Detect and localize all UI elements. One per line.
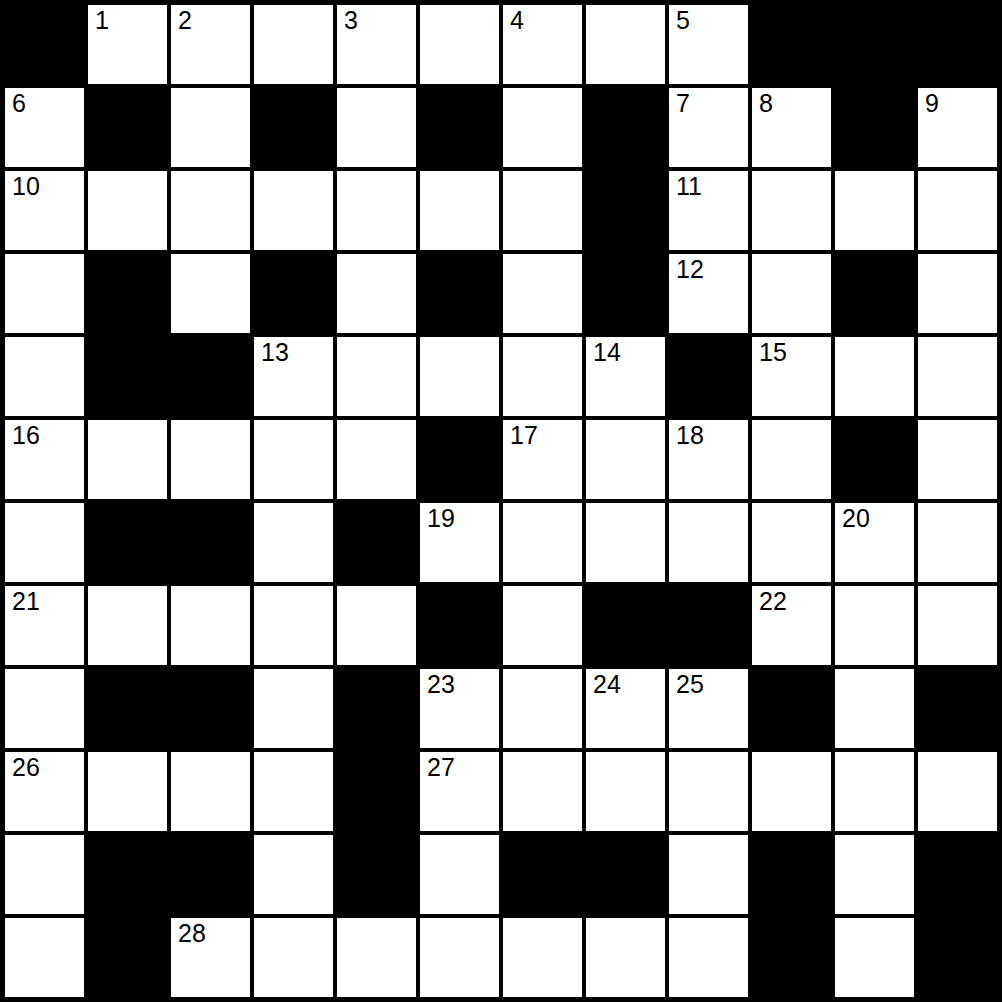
black-cell xyxy=(335,750,418,833)
white-cell[interactable] xyxy=(501,501,584,584)
white-cell[interactable] xyxy=(3,252,86,335)
black-cell xyxy=(86,252,169,335)
white-cell[interactable] xyxy=(501,252,584,335)
clue-number: 27 xyxy=(427,754,455,782)
white-cell[interactable]: 4 xyxy=(501,3,584,86)
black-cell xyxy=(335,667,418,750)
black-cell xyxy=(667,584,750,667)
black-cell xyxy=(86,667,169,750)
white-cell[interactable] xyxy=(335,418,418,501)
black-cell xyxy=(584,169,667,252)
white-cell[interactable]: 26 xyxy=(3,750,86,833)
black-cell xyxy=(335,833,418,916)
white-cell[interactable] xyxy=(252,3,335,86)
black-cell xyxy=(833,3,916,86)
black-cell xyxy=(86,501,169,584)
white-cell[interactable] xyxy=(916,418,999,501)
white-cell[interactable] xyxy=(169,86,252,169)
white-cell[interactable]: 10 xyxy=(3,169,86,252)
white-cell[interactable] xyxy=(501,750,584,833)
black-cell xyxy=(584,833,667,916)
white-cell[interactable] xyxy=(750,750,833,833)
black-cell xyxy=(169,833,252,916)
clue-number: 18 xyxy=(676,422,704,450)
white-cell[interactable] xyxy=(501,86,584,169)
white-cell[interactable]: 23 xyxy=(418,667,501,750)
white-cell[interactable]: 14 xyxy=(584,335,667,418)
white-cell[interactable] xyxy=(252,584,335,667)
black-cell xyxy=(252,252,335,335)
white-cell[interactable]: 7 xyxy=(667,86,750,169)
black-cell xyxy=(584,86,667,169)
clue-number: 5 xyxy=(676,7,690,35)
black-cell xyxy=(418,584,501,667)
white-cell[interactable] xyxy=(916,169,999,252)
clue-number: 24 xyxy=(593,671,621,699)
white-cell[interactable] xyxy=(169,750,252,833)
white-cell[interactable] xyxy=(335,252,418,335)
white-cell[interactable] xyxy=(3,916,86,999)
white-cell[interactable] xyxy=(501,667,584,750)
black-cell xyxy=(252,86,335,169)
black-cell xyxy=(584,252,667,335)
white-cell[interactable] xyxy=(750,252,833,335)
black-cell xyxy=(916,916,999,999)
black-cell xyxy=(750,916,833,999)
clue-number: 28 xyxy=(178,920,206,948)
white-cell[interactable] xyxy=(833,750,916,833)
white-cell[interactable] xyxy=(584,916,667,999)
clue-number: 17 xyxy=(510,422,538,450)
white-cell[interactable] xyxy=(335,916,418,999)
clue-number: 15 xyxy=(759,339,787,367)
clue-number: 12 xyxy=(676,256,704,284)
clue-number: 21 xyxy=(12,588,40,616)
white-cell[interactable] xyxy=(3,667,86,750)
white-cell[interactable] xyxy=(86,750,169,833)
black-cell xyxy=(833,86,916,169)
clue-number: 9 xyxy=(925,90,939,118)
white-cell[interactable] xyxy=(501,916,584,999)
white-cell[interactable] xyxy=(86,169,169,252)
white-cell[interactable] xyxy=(169,584,252,667)
black-cell xyxy=(3,3,86,86)
white-cell[interactable] xyxy=(916,501,999,584)
white-cell[interactable]: 28 xyxy=(169,916,252,999)
white-cell[interactable] xyxy=(335,86,418,169)
black-cell xyxy=(335,501,418,584)
white-cell[interactable] xyxy=(3,501,86,584)
black-cell xyxy=(750,667,833,750)
white-cell[interactable]: 1 xyxy=(86,3,169,86)
clue-number: 13 xyxy=(261,339,289,367)
white-cell[interactable] xyxy=(335,335,418,418)
white-cell[interactable] xyxy=(667,833,750,916)
white-cell[interactable] xyxy=(916,750,999,833)
black-cell xyxy=(86,916,169,999)
black-cell xyxy=(418,418,501,501)
clue-number: 8 xyxy=(759,90,773,118)
white-cell[interactable] xyxy=(252,750,335,833)
black-cell xyxy=(916,3,999,86)
clue-number: 19 xyxy=(427,505,455,533)
white-cell[interactable]: 24 xyxy=(584,667,667,750)
white-cell[interactable]: 18 xyxy=(667,418,750,501)
clue-number: 22 xyxy=(759,588,787,616)
clue-number: 1 xyxy=(95,7,109,35)
clue-number: 20 xyxy=(842,505,870,533)
white-cell[interactable] xyxy=(750,169,833,252)
black-cell xyxy=(86,833,169,916)
white-cell[interactable] xyxy=(418,3,501,86)
black-cell xyxy=(916,667,999,750)
white-cell[interactable] xyxy=(335,169,418,252)
black-cell xyxy=(750,3,833,86)
white-cell[interactable] xyxy=(750,418,833,501)
white-cell[interactable]: 16 xyxy=(3,418,86,501)
white-cell[interactable] xyxy=(418,335,501,418)
clue-number: 6 xyxy=(12,90,26,118)
white-cell[interactable]: 2 xyxy=(169,3,252,86)
clue-number: 11 xyxy=(676,173,702,201)
white-cell[interactable] xyxy=(750,501,833,584)
white-cell[interactable] xyxy=(833,833,916,916)
black-cell xyxy=(169,335,252,418)
white-cell[interactable] xyxy=(667,750,750,833)
black-cell xyxy=(169,667,252,750)
black-cell xyxy=(833,252,916,335)
black-cell xyxy=(418,86,501,169)
black-cell xyxy=(667,335,750,418)
white-cell[interactable] xyxy=(501,169,584,252)
white-cell[interactable]: 15 xyxy=(750,335,833,418)
white-cell[interactable] xyxy=(169,418,252,501)
white-cell[interactable]: 13 xyxy=(252,335,335,418)
clue-number: 16 xyxy=(12,422,40,450)
white-cell[interactable] xyxy=(584,3,667,86)
white-cell[interactable] xyxy=(252,916,335,999)
white-cell[interactable] xyxy=(169,169,252,252)
white-cell[interactable] xyxy=(833,584,916,667)
white-cell[interactable] xyxy=(584,418,667,501)
white-cell[interactable] xyxy=(252,169,335,252)
black-cell xyxy=(833,418,916,501)
clue-number: 25 xyxy=(676,671,704,699)
white-cell[interactable] xyxy=(252,418,335,501)
white-cell[interactable] xyxy=(501,584,584,667)
white-cell[interactable]: 6 xyxy=(3,86,86,169)
clue-number: 23 xyxy=(427,671,455,699)
clue-number: 26 xyxy=(12,754,40,782)
white-cell[interactable] xyxy=(501,335,584,418)
white-cell[interactable] xyxy=(833,169,916,252)
white-cell[interactable]: 3 xyxy=(335,3,418,86)
white-cell[interactable] xyxy=(418,169,501,252)
black-cell xyxy=(86,335,169,418)
crossword-grid: 1234567891011121314151617181920212223242… xyxy=(0,0,1002,1002)
white-cell[interactable] xyxy=(584,750,667,833)
white-cell[interactable] xyxy=(3,833,86,916)
white-cell[interactable]: 11 xyxy=(667,169,750,252)
white-cell[interactable] xyxy=(916,584,999,667)
black-cell xyxy=(86,86,169,169)
black-cell xyxy=(750,833,833,916)
white-cell[interactable] xyxy=(916,252,999,335)
white-cell[interactable] xyxy=(252,833,335,916)
white-cell[interactable] xyxy=(252,667,335,750)
white-cell[interactable]: 12 xyxy=(667,252,750,335)
white-cell[interactable] xyxy=(667,916,750,999)
white-cell[interactable]: 25 xyxy=(667,667,750,750)
white-cell[interactable]: 9 xyxy=(916,86,999,169)
white-cell[interactable] xyxy=(3,335,86,418)
black-cell xyxy=(418,252,501,335)
clue-number: 10 xyxy=(12,173,40,201)
white-cell[interactable] xyxy=(916,335,999,418)
white-cell[interactable] xyxy=(418,916,501,999)
white-cell[interactable]: 21 xyxy=(3,584,86,667)
white-cell[interactable]: 8 xyxy=(750,86,833,169)
white-cell[interactable] xyxy=(667,501,750,584)
white-cell[interactable] xyxy=(86,418,169,501)
clue-number: 2 xyxy=(178,7,192,35)
clue-number: 3 xyxy=(344,7,358,35)
white-cell[interactable]: 19 xyxy=(418,501,501,584)
white-cell[interactable] xyxy=(418,833,501,916)
white-cell[interactable] xyxy=(584,501,667,584)
clue-number: 7 xyxy=(676,90,690,118)
white-cell[interactable]: 27 xyxy=(418,750,501,833)
white-cell[interactable] xyxy=(86,584,169,667)
white-cell[interactable] xyxy=(833,916,916,999)
clue-number: 4 xyxy=(510,7,524,35)
white-cell[interactable] xyxy=(335,584,418,667)
clue-number: 14 xyxy=(593,339,621,367)
white-cell[interactable] xyxy=(252,501,335,584)
white-cell[interactable] xyxy=(833,667,916,750)
black-cell xyxy=(916,833,999,916)
white-cell[interactable]: 22 xyxy=(750,584,833,667)
white-cell[interactable]: 20 xyxy=(833,501,916,584)
white-cell[interactable] xyxy=(833,335,916,418)
white-cell[interactable] xyxy=(169,252,252,335)
white-cell[interactable]: 17 xyxy=(501,418,584,501)
black-cell xyxy=(584,584,667,667)
white-cell[interactable]: 5 xyxy=(667,3,750,86)
black-cell xyxy=(169,501,252,584)
black-cell xyxy=(501,833,584,916)
